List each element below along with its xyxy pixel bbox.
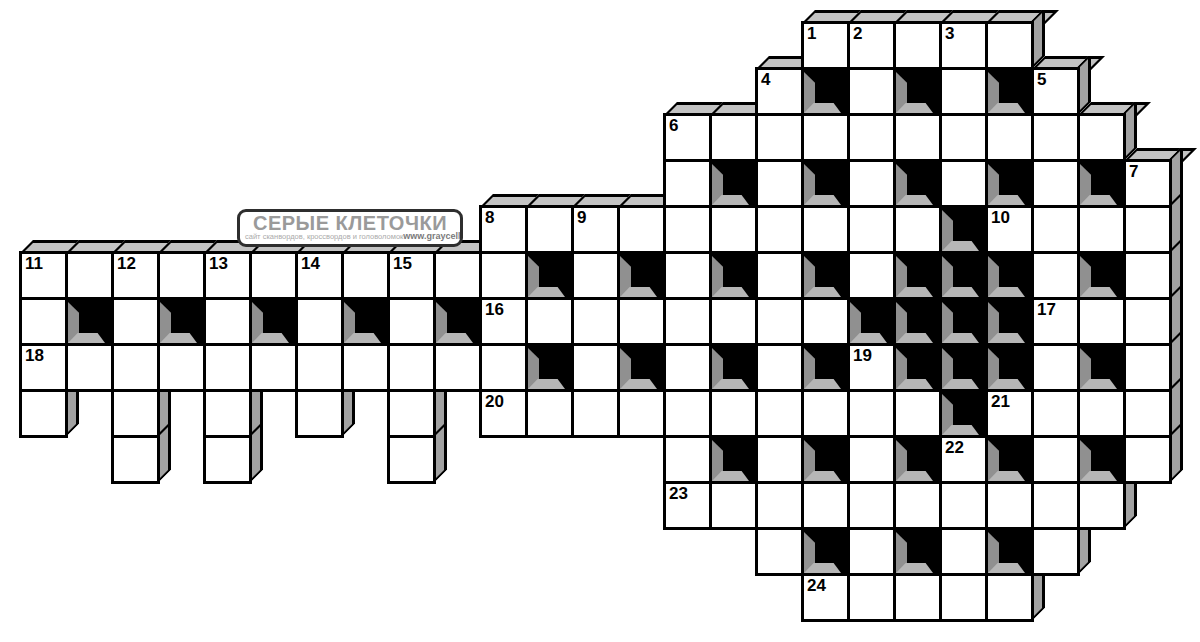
- letter-cell-r10c5[interactable]: [203, 435, 252, 484]
- block-cell-r8c12: [525, 343, 574, 392]
- letter-cell-r1c21[interactable]: 3: [939, 21, 988, 70]
- block-cell-r8c21: [939, 343, 988, 392]
- letter-cell-r7c16[interactable]: [709, 297, 758, 346]
- letter-cell-r12c19[interactable]: [847, 527, 896, 576]
- letter-cell-r9c13[interactable]: [571, 389, 620, 438]
- block-cell-r7c6: [249, 297, 298, 346]
- letter-cell-r2c17[interactable]: 4: [755, 67, 804, 116]
- letter-cell-r6c17[interactable]: [755, 251, 804, 300]
- letter-cell-r6c8[interactable]: [341, 251, 390, 300]
- block-cell-r7c19: [847, 297, 896, 346]
- letter-cell-r12c17[interactable]: [755, 527, 804, 576]
- letter-cell-r4c21[interactable]: [939, 159, 988, 208]
- letter-cell-r11c15[interactable]: 23: [663, 481, 712, 530]
- clue-number-8: 8: [485, 208, 494, 228]
- letter-cell-r11c21[interactable]: [939, 481, 988, 530]
- letter-cell-r8c25[interactable]: [1123, 343, 1172, 392]
- key-board: 123456789101112131415161718192021222324: [0, 0, 1200, 642]
- letter-cell-r8c19[interactable]: 19: [847, 343, 896, 392]
- letter-cell-r10c15[interactable]: [663, 435, 712, 484]
- letter-cell-r6c13[interactable]: [571, 251, 620, 300]
- block-cell-r10c18: [801, 435, 850, 484]
- block-cell-r6c24: [1077, 251, 1126, 300]
- block-cell-r8c24: [1077, 343, 1126, 392]
- letter-cell-r3c17[interactable]: [755, 113, 804, 162]
- letter-cell-r8c6[interactable]: [249, 343, 298, 392]
- letter-cell-r8c4[interactable]: [157, 343, 206, 392]
- block-cell-r6c16: [709, 251, 758, 300]
- letter-cell-r9c7[interactable]: [295, 389, 344, 438]
- letter-cell-r7c18[interactable]: [801, 297, 850, 346]
- logo-subline: сайт сканвордов, кроссвордов и головолом…: [240, 231, 460, 241]
- letter-cell-r6c25[interactable]: [1123, 251, 1172, 300]
- letter-cell-r1c19[interactable]: 2: [847, 21, 896, 70]
- letter-cell-r10c19[interactable]: [847, 435, 896, 484]
- letter-cell-r5c12[interactable]: [525, 205, 574, 254]
- letter-cell-r11c22[interactable]: [985, 481, 1034, 530]
- clue-number-2: 2: [853, 24, 862, 44]
- letter-cell-r6c5[interactable]: 13: [203, 251, 252, 300]
- block-cell-r9c21: [939, 389, 988, 438]
- letter-cell-r8c15[interactable]: [663, 343, 712, 392]
- block-cell-r12c18: [801, 527, 850, 576]
- block-cell-r6c22: [985, 251, 1034, 300]
- letter-cell-r13c18[interactable]: 24: [801, 573, 850, 622]
- letter-cell-r5c23[interactable]: [1031, 205, 1080, 254]
- letter-cell-r7c25[interactable]: [1123, 297, 1172, 346]
- letter-cell-r6c23[interactable]: [1031, 251, 1080, 300]
- clue-number-14: 14: [301, 254, 320, 274]
- letter-cell-r7c7[interactable]: [295, 297, 344, 346]
- letter-cell-r9c5[interactable]: [203, 389, 252, 438]
- block-cell-r2c18: [801, 67, 850, 116]
- letter-cell-r5c11[interactable]: 8: [479, 205, 528, 254]
- block-cell-r6c20: [893, 251, 942, 300]
- letter-cell-r2c21[interactable]: [939, 67, 988, 116]
- letter-cell-r9c24[interactable]: [1077, 389, 1126, 438]
- letter-cell-r2c19[interactable]: [847, 67, 896, 116]
- letter-cell-r6c10[interactable]: [433, 251, 482, 300]
- block-cell-r4c20: [893, 159, 942, 208]
- letter-cell-r8c5[interactable]: [203, 343, 252, 392]
- letter-cell-r5c19[interactable]: [847, 205, 896, 254]
- letter-cell-r9c1[interactable]: [19, 389, 68, 438]
- letter-cell-r8c17[interactable]: [755, 343, 804, 392]
- letter-cell-r9c20[interactable]: [893, 389, 942, 438]
- block-cell-r2c20: [893, 67, 942, 116]
- letter-cell-r4c25[interactable]: 7: [1123, 159, 1172, 208]
- letter-cell-r10c25[interactable]: [1123, 435, 1172, 484]
- clue-number-15: 15: [393, 254, 412, 274]
- letter-cell-r7c11[interactable]: 16: [479, 297, 528, 346]
- clue-number-16: 16: [485, 300, 504, 320]
- letter-cell-r3c19[interactable]: [847, 113, 896, 162]
- block-cell-r10c20: [893, 435, 942, 484]
- block-cell-r6c21: [939, 251, 988, 300]
- letter-cell-r11c20[interactable]: [893, 481, 942, 530]
- letter-cell-r9c18[interactable]: [801, 389, 850, 438]
- block-cell-r7c4: [157, 297, 206, 346]
- letter-cell-r7c13[interactable]: [571, 297, 620, 346]
- clue-number-17: 17: [1037, 300, 1056, 320]
- letter-cell-r8c9[interactable]: [387, 343, 436, 392]
- block-cell-r4c18: [801, 159, 850, 208]
- letter-cell-r6c4[interactable]: [157, 251, 206, 300]
- letter-cell-r6c7[interactable]: 14: [295, 251, 344, 300]
- letter-cell-r7c23[interactable]: 17: [1031, 297, 1080, 346]
- block-cell-r10c16: [709, 435, 758, 484]
- letter-cell-r2c23[interactable]: 5: [1031, 67, 1080, 116]
- letter-cell-r9c12[interactable]: [525, 389, 574, 438]
- letter-cell-r5c25[interactable]: [1123, 205, 1172, 254]
- letter-cell-r3c20[interactable]: [893, 113, 942, 162]
- letter-cell-r8c2[interactable]: [65, 343, 114, 392]
- letter-cell-r9c17[interactable]: [755, 389, 804, 438]
- letter-cell-r4c15[interactable]: [663, 159, 712, 208]
- letter-cell-r9c25[interactable]: [1123, 389, 1172, 438]
- clue-number-7: 7: [1129, 162, 1138, 182]
- letter-cell-r5c15[interactable]: [663, 205, 712, 254]
- letter-cell-r7c15[interactable]: [663, 297, 712, 346]
- letter-cell-r9c11[interactable]: 20: [479, 389, 528, 438]
- letter-cell-r11c24[interactable]: [1077, 481, 1126, 530]
- letter-cell-r1c20[interactable]: [893, 21, 942, 70]
- block-cell-r8c16: [709, 343, 758, 392]
- clue-number-13: 13: [209, 254, 228, 274]
- letter-cell-r9c19[interactable]: [847, 389, 896, 438]
- block-cell-r4c24: [1077, 159, 1126, 208]
- clue-number-18: 18: [25, 346, 44, 366]
- letter-cell-r3c22[interactable]: [985, 113, 1034, 162]
- block-cell-r6c14: [617, 251, 666, 300]
- letter-cell-r6c9[interactable]: 15: [387, 251, 436, 300]
- letter-cell-r3c24[interactable]: [1077, 113, 1126, 162]
- letter-cell-r11c16[interactable]: [709, 481, 758, 530]
- letter-cell-r13c22[interactable]: [985, 573, 1034, 622]
- letter-cell-r9c23[interactable]: [1031, 389, 1080, 438]
- letter-cell-r8c1[interactable]: 18: [19, 343, 68, 392]
- letter-cell-r10c23[interactable]: [1031, 435, 1080, 484]
- block-cell-r12c20: [893, 527, 942, 576]
- letter-cell-r12c23[interactable]: [1031, 527, 1080, 576]
- block-cell-r8c22: [985, 343, 1034, 392]
- block-cell-r4c22: [985, 159, 1034, 208]
- block-cell-r8c14: [617, 343, 666, 392]
- block-cell-r7c21: [939, 297, 988, 346]
- block-cell-r7c2: [65, 297, 114, 346]
- letter-cell-r8c23[interactable]: [1031, 343, 1080, 392]
- letter-cell-r10c3[interactable]: [111, 435, 160, 484]
- clue-number-22: 22: [945, 438, 964, 458]
- letter-cell-r8c7[interactable]: [295, 343, 344, 392]
- letter-cell-r4c19[interactable]: [847, 159, 896, 208]
- letter-cell-r1c18[interactable]: 1: [801, 21, 850, 70]
- letter-cell-r10c17[interactable]: [755, 435, 804, 484]
- block-cell-r10c22: [985, 435, 1034, 484]
- letter-cell-r13c20[interactable]: [893, 573, 942, 622]
- clue-number-24: 24: [807, 576, 826, 596]
- letter-cell-r9c15[interactable]: [663, 389, 712, 438]
- clue-number-1: 1: [807, 24, 816, 44]
- clue-number-5: 5: [1037, 70, 1046, 90]
- block-cell-r8c18: [801, 343, 850, 392]
- letter-cell-r6c3[interactable]: 12: [111, 251, 160, 300]
- letter-cell-r6c6[interactable]: [249, 251, 298, 300]
- letter-cell-r7c17[interactable]: [755, 297, 804, 346]
- letter-cell-r12c21[interactable]: [939, 527, 988, 576]
- letter-cell-r3c21[interactable]: [939, 113, 988, 162]
- clue-number-11: 11: [25, 254, 43, 274]
- letter-cell-r4c23[interactable]: [1031, 159, 1080, 208]
- clue-number-20: 20: [485, 392, 504, 412]
- key-crossword-page: 123456789101112131415161718192021222324 …: [0, 0, 1200, 642]
- letter-cell-r13c19[interactable]: [847, 573, 896, 622]
- letter-cell-r11c18[interactable]: [801, 481, 850, 530]
- block-cell-r7c20: [893, 297, 942, 346]
- letter-cell-r11c23[interactable]: [1031, 481, 1080, 530]
- letter-cell-r5c24[interactable]: [1077, 205, 1126, 254]
- letter-cell-r8c3[interactable]: [111, 343, 160, 392]
- letter-cell-r9c14[interactable]: [617, 389, 666, 438]
- letter-cell-r10c9[interactable]: [387, 435, 436, 484]
- block-cell-r12c22: [985, 527, 1034, 576]
- letter-cell-r6c11[interactable]: [479, 251, 528, 300]
- letter-cell-r7c3[interactable]: [111, 297, 160, 346]
- clue-number-10: 10: [991, 208, 1010, 228]
- block-cell-r2c22: [985, 67, 1034, 116]
- letter-cell-r7c12[interactable]: [525, 297, 574, 346]
- letter-cell-r9c16[interactable]: [709, 389, 758, 438]
- block-cell-r7c8: [341, 297, 390, 346]
- letter-cell-r3c23[interactable]: [1031, 113, 1080, 162]
- block-cell-r6c18: [801, 251, 850, 300]
- letter-cell-r7c24[interactable]: [1077, 297, 1126, 346]
- letter-cell-r6c19[interactable]: [847, 251, 896, 300]
- letter-cell-r7c14[interactable]: [617, 297, 666, 346]
- letter-cell-r8c10[interactable]: [433, 343, 482, 392]
- letter-cell-r6c1[interactable]: 11: [19, 251, 68, 300]
- clue-number-3: 3: [945, 24, 954, 44]
- block-cell-r10c24: [1077, 435, 1126, 484]
- clue-number-4: 4: [761, 70, 770, 90]
- letter-cell-r5c20[interactable]: [893, 205, 942, 254]
- block-cell-r8c20: [893, 343, 942, 392]
- block-cell-r4c16: [709, 159, 758, 208]
- letter-cell-r9c9[interactable]: [387, 389, 436, 438]
- letter-cell-r5c22[interactable]: 10: [985, 205, 1034, 254]
- letter-cell-r5c14[interactable]: [617, 205, 666, 254]
- graycell-logo[interactable]: СЕРЫЕ КЛЕТОЧКИ сайт сканвордов, кроссвор…: [237, 209, 463, 247]
- letter-cell-r7c5[interactable]: [203, 297, 252, 346]
- letter-cell-r9c3[interactable]: [111, 389, 160, 438]
- letter-cell-r8c8[interactable]: [341, 343, 390, 392]
- letter-cell-r6c15[interactable]: [663, 251, 712, 300]
- clue-number-19: 19: [853, 346, 872, 366]
- block-cell-r7c10: [433, 297, 482, 346]
- letter-cell-r6c2[interactable]: [65, 251, 114, 300]
- letter-cell-r1c22[interactable]: [985, 21, 1034, 70]
- letter-cell-r8c11[interactable]: [479, 343, 528, 392]
- block-cell-r6c12: [525, 251, 574, 300]
- letter-cell-r11c19[interactable]: [847, 481, 896, 530]
- clue-number-9: 9: [577, 208, 586, 228]
- letter-cell-r4c17[interactable]: [755, 159, 804, 208]
- letter-cell-r7c9[interactable]: [387, 297, 436, 346]
- clue-number-21: 21: [991, 392, 1010, 412]
- letter-cell-r13c21[interactable]: [939, 573, 988, 622]
- letter-cell-r5c13[interactable]: 9: [571, 205, 620, 254]
- letter-cell-r3c18[interactable]: [801, 113, 850, 162]
- letter-cell-r3c16[interactable]: [709, 113, 758, 162]
- letter-cell-r10c21[interactable]: 22: [939, 435, 988, 484]
- letter-cell-r8c13[interactable]: [571, 343, 620, 392]
- block-cell-r5c21: [939, 205, 988, 254]
- logo-subtitle: сайт сканвордов, кроссвордов и головолом…: [245, 232, 403, 241]
- logo-url-link[interactable]: www.graycell.ru: [403, 231, 463, 241]
- block-cell-r7c22: [985, 297, 1034, 346]
- clue-number-6: 6: [669, 116, 678, 136]
- letter-cell-r5c17[interactable]: [755, 205, 804, 254]
- letter-cell-r9c22[interactable]: 21: [985, 389, 1034, 438]
- letter-cell-r11c17[interactable]: [755, 481, 804, 530]
- letter-cell-r7c1[interactable]: [19, 297, 68, 346]
- letter-cell-r5c16[interactable]: [709, 205, 758, 254]
- clue-number-12: 12: [117, 254, 136, 274]
- clue-number-23: 23: [669, 484, 688, 504]
- letter-cell-r3c15[interactable]: 6: [663, 113, 712, 162]
- letter-cell-r5c18[interactable]: [801, 205, 850, 254]
